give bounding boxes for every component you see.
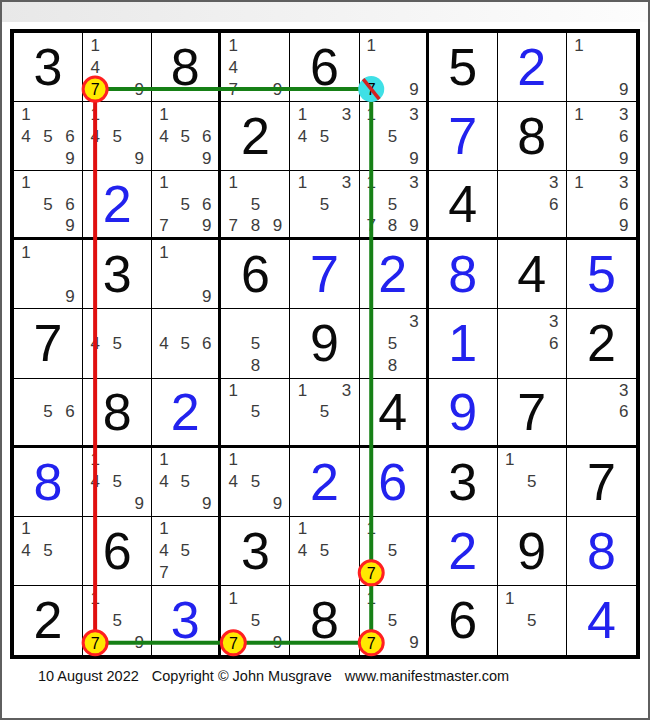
cell-r3c2: 2 — [83, 171, 152, 240]
pencil-mark: 3 — [613, 380, 635, 401]
cell-r6c7: 9 — [429, 379, 498, 448]
cell-r9c9: 4 — [567, 586, 636, 655]
cell-r7c3: 1459 — [152, 448, 221, 517]
cell-value: 8 — [152, 33, 218, 101]
pencil-mark: 5 — [313, 125, 335, 147]
pencil-marks: 36 — [499, 172, 565, 236]
cell-r7c6: 6 — [360, 448, 429, 517]
pencil-mark: 6 — [59, 194, 81, 215]
pencil-mark: 7 — [84, 632, 106, 654]
cell-r3c3: 15679 — [152, 171, 221, 240]
pencil-mark: 1 — [153, 172, 174, 193]
pencil-mark: 3 — [403, 310, 424, 332]
pencil-marks: 145 — [291, 518, 357, 584]
pencil-mark: 1 — [568, 34, 590, 56]
pencil-mark: 1 — [499, 587, 521, 609]
cell-r7c2: 1459 — [83, 448, 152, 517]
cell-r1c4: 1479 — [221, 33, 290, 102]
pencil-marks: 1579 — [84, 587, 150, 654]
pencil-mark: 5 — [313, 540, 335, 562]
pencil-mark: 9 — [196, 215, 217, 236]
pencil-mark: 5 — [521, 471, 543, 493]
cell-value: 7 — [567, 448, 636, 516]
cell-r6c8: 7 — [498, 379, 567, 448]
cell-r7c5: 2 — [290, 448, 359, 517]
cell-r3c8: 36 — [498, 171, 567, 240]
cell-value: 8 — [429, 240, 497, 308]
pencil-mark: 9 — [59, 147, 81, 169]
pencil-mark: 9 — [403, 78, 424, 100]
cell-value: 2 — [221, 102, 289, 170]
pencil-mark: 1 — [84, 587, 106, 609]
pencil-marks: 14569 — [153, 103, 217, 169]
pencil-mark: 1 — [291, 172, 313, 193]
cell-value: 3 — [14, 33, 82, 101]
pencil-marks: 1459 — [153, 449, 217, 515]
cell-value: 6 — [290, 33, 358, 101]
pencil-mark: 4 — [222, 471, 244, 493]
cell-r5c6: 358 — [360, 309, 429, 378]
cell-r2c7: 7 — [429, 102, 498, 171]
pencil-mark: 3 — [336, 103, 358, 125]
pencil-mark: 1 — [15, 518, 37, 540]
pencil-mark: 5 — [175, 194, 196, 215]
pencil-mark: 1 — [153, 449, 174, 471]
cell-r8c1: 145 — [14, 517, 83, 586]
pencil-mark: 4 — [15, 125, 37, 147]
pencil-mark: 5 — [382, 332, 403, 354]
cell-r1c1: 3 — [14, 33, 83, 102]
cell-value: 5 — [429, 33, 497, 101]
pencil-mark: 9 — [128, 632, 150, 654]
pencil-mark: 1 — [222, 449, 244, 471]
cell-value: 8 — [290, 586, 358, 655]
pencil-mark: 1 — [153, 241, 174, 263]
pencil-mark: 1 — [222, 34, 244, 56]
cell-r6c6: 4 — [360, 379, 429, 448]
pencil-mark: 9 — [403, 215, 424, 236]
cell-r6c9: 36 — [567, 379, 636, 448]
pencil-marks: 45 — [84, 310, 150, 376]
cell-r4c9: 5 — [567, 240, 636, 309]
pencil-mark: 6 — [196, 125, 217, 147]
pencil-mark: 4 — [291, 125, 313, 147]
cell-r4c5: 7 — [290, 240, 359, 309]
pencil-mark: 7 — [153, 562, 174, 584]
pencil-mark: 9 — [59, 285, 81, 307]
pencil-mark: 1 — [153, 103, 174, 125]
pencil-mark: 7 — [222, 632, 244, 654]
footer-date: 10 August 2022 — [38, 668, 139, 684]
cell-value: 4 — [360, 379, 426, 445]
cell-value: 8 — [14, 448, 82, 516]
cell-value: 7 — [14, 309, 82, 377]
pencil-mark: 1 — [568, 172, 590, 193]
pencil-marks: 1459 — [84, 103, 150, 169]
cell-value: 1 — [429, 309, 497, 377]
pencil-mark: 5 — [175, 125, 196, 147]
pencil-mark: 3 — [613, 172, 635, 193]
cell-r5c5: 9 — [290, 309, 359, 378]
pencil-mark: 5 — [106, 332, 128, 354]
cell-r1c2: 1479 — [83, 33, 152, 102]
cell-value: 8 — [567, 517, 636, 585]
cell-r1c6: 179 — [360, 33, 429, 102]
footer-copyright: Copyright © John Musgrave — [152, 668, 332, 684]
pencil-mark: 1 — [153, 518, 174, 540]
pencil-mark: 5 — [382, 125, 403, 147]
sudoku-board: 3147981479617952191456914591456921345135… — [10, 29, 640, 659]
pencil-mark: 7 — [222, 78, 244, 100]
pencil-mark: 5 — [382, 540, 403, 562]
pencil-mark: 9 — [196, 285, 217, 307]
footer-website: www.manifestmaster.com — [345, 668, 509, 684]
pencil-mark: 5 — [175, 471, 196, 493]
cell-value: 9 — [498, 517, 566, 585]
cell-value: 8 — [498, 102, 566, 170]
pencil-marks: 179 — [361, 34, 425, 100]
cell-r4c4: 6 — [221, 240, 290, 309]
pencil-marks: 1459 — [84, 449, 150, 515]
cell-value: 2 — [567, 309, 636, 377]
cell-value: 5 — [567, 240, 636, 308]
pencil-mark: 1 — [291, 103, 313, 125]
cell-r2c8: 8 — [498, 102, 567, 171]
cell-r9c2: 1579 — [83, 586, 152, 655]
cell-value: 9 — [429, 379, 497, 445]
pencil-marks: 1459 — [222, 449, 288, 515]
pencil-mark: 1 — [222, 172, 244, 193]
pencil-mark: 5 — [313, 194, 335, 215]
pencil-mark: 1 — [15, 241, 37, 263]
cell-r2c5: 1345 — [290, 102, 359, 171]
pencil-mark: 1 — [84, 103, 106, 125]
cell-r3c9: 1369 — [567, 171, 636, 240]
cell-r9c1: 2 — [14, 586, 83, 655]
cell-value: 8 — [83, 379, 151, 445]
cell-r3c7: 4 — [429, 171, 498, 240]
pencil-mark: 6 — [543, 332, 565, 354]
pencil-marks: 456 — [153, 310, 217, 376]
pencil-mark: 6 — [543, 194, 565, 215]
pencil-mark: 6 — [613, 401, 635, 422]
pencil-marks: 19 — [568, 34, 635, 100]
pencil-mark: 5 — [37, 194, 59, 215]
pencil-mark: 8 — [244, 355, 266, 377]
pencil-marks: 14569 — [15, 103, 81, 169]
pencil-mark: 3 — [403, 172, 424, 193]
pencil-marks: 36 — [568, 380, 635, 444]
cell-value: 2 — [83, 171, 151, 237]
pencil-marks: 36 — [499, 310, 565, 376]
cell-value: 2 — [429, 517, 497, 585]
pencil-marks: 1479 — [222, 34, 288, 100]
pencil-marks: 1345 — [291, 103, 357, 169]
pencil-mark: 1 — [15, 103, 37, 125]
cell-r6c5: 135 — [290, 379, 359, 448]
pencil-mark: 4 — [153, 332, 174, 354]
cell-r5c4: 58 — [221, 309, 290, 378]
pencil-mark: 9 — [613, 215, 635, 236]
cell-value: 2 — [360, 240, 426, 308]
pencil-marks: 15 — [499, 587, 565, 654]
cell-r6c2: 8 — [83, 379, 152, 448]
cell-value: 6 — [221, 240, 289, 308]
cell-value: 3 — [429, 448, 497, 516]
pencil-mark: 5 — [521, 609, 543, 631]
pencil-mark: 4 — [291, 540, 313, 562]
cell-value: 6 — [360, 448, 426, 516]
cell-r2c1: 14569 — [14, 102, 83, 171]
cell-r9c6: 1579 — [360, 586, 429, 655]
pencil-mark: 5 — [106, 125, 128, 147]
cell-value: 7 — [290, 240, 358, 308]
cell-r7c9: 7 — [567, 448, 636, 517]
pencil-mark: 5 — [244, 471, 266, 493]
pencil-mark: 3 — [403, 103, 424, 125]
cell-value: 4 — [498, 240, 566, 308]
cell-r3c4: 15789 — [221, 171, 290, 240]
cell-value: 4 — [567, 586, 636, 655]
pencil-marks: 135 — [291, 380, 357, 444]
cell-value: 3 — [221, 517, 289, 585]
pencil-mark: 9 — [266, 493, 288, 515]
pencil-marks: 15 — [499, 449, 565, 515]
pencil-marks: 135 — [291, 172, 357, 236]
pencil-marks: 1569 — [15, 172, 81, 236]
pencil-mark: 5 — [382, 194, 403, 215]
cell-value: 6 — [83, 517, 151, 585]
pencil-marks: 56 — [15, 380, 81, 444]
pencil-mark: 4 — [15, 540, 37, 562]
cell-value: 2 — [152, 379, 218, 445]
pencil-mark: 9 — [266, 78, 288, 100]
pencil-mark: 1 — [361, 172, 382, 193]
cell-r7c1: 8 — [14, 448, 83, 517]
cell-r8c5: 145 — [290, 517, 359, 586]
cell-r8c6: 157 — [360, 517, 429, 586]
pencil-mark: 4 — [84, 471, 106, 493]
pencil-mark: 9 — [266, 632, 288, 654]
pencil-mark: 5 — [244, 609, 266, 631]
pencil-mark: 5 — [37, 401, 59, 422]
pencil-mark: 1 — [84, 34, 106, 56]
pencil-mark: 7 — [153, 215, 174, 236]
cell-value: 4 — [429, 171, 497, 237]
pencil-mark: 1 — [361, 103, 382, 125]
cell-r7c4: 1459 — [221, 448, 290, 517]
pencil-mark: 9 — [128, 147, 150, 169]
pencil-mark: 4 — [84, 56, 106, 78]
pencil-mark: 5 — [175, 540, 196, 562]
cell-r8c9: 8 — [567, 517, 636, 586]
cell-r2c6: 1359 — [360, 102, 429, 171]
cell-r9c3: 3 — [152, 586, 221, 655]
cell-value: 3 — [83, 240, 151, 308]
cell-r4c7: 8 — [429, 240, 498, 309]
pencil-marks: 1479 — [84, 34, 150, 100]
cell-r4c2: 3 — [83, 240, 152, 309]
pencil-mark: 3 — [543, 172, 565, 193]
pencil-mark: 4 — [84, 332, 106, 354]
cell-r8c3: 1457 — [152, 517, 221, 586]
cell-r9c8: 15 — [498, 586, 567, 655]
pencil-marks: 135789 — [361, 172, 425, 236]
cell-r1c8: 2 — [498, 33, 567, 102]
pencil-mark: 9 — [613, 147, 635, 169]
pencil-marks: 1579 — [222, 587, 288, 654]
pencil-mark: 5 — [244, 332, 266, 354]
pencil-marks: 1359 — [361, 103, 425, 169]
pencil-mark: 5 — [244, 401, 266, 422]
cell-value: 7 — [498, 379, 566, 445]
pencil-mark: 5 — [313, 401, 335, 422]
cell-r3c5: 135 — [290, 171, 359, 240]
cell-r4c3: 19 — [152, 240, 221, 309]
cell-r6c4: 15 — [221, 379, 290, 448]
cell-r1c7: 5 — [429, 33, 498, 102]
pencil-mark: 6 — [59, 401, 81, 422]
pencil-mark: 7 — [361, 215, 382, 236]
cell-r3c6: 135789 — [360, 171, 429, 240]
pencil-mark: 9 — [403, 147, 424, 169]
cell-r6c1: 56 — [14, 379, 83, 448]
pencil-mark: 9 — [196, 147, 217, 169]
cell-r9c5: 8 — [290, 586, 359, 655]
pencil-mark: 7 — [361, 78, 382, 100]
title-bar-gradient — [2, 2, 648, 22]
pencil-mark: 3 — [336, 172, 358, 193]
cell-r4c6: 2 — [360, 240, 429, 309]
pencil-mark: 4 — [84, 125, 106, 147]
pencil-mark: 3 — [613, 103, 635, 125]
pencil-mark: 5 — [37, 540, 59, 562]
pencil-mark: 6 — [196, 332, 217, 354]
pencil-marks: 1579 — [361, 587, 425, 654]
cell-r9c7: 6 — [429, 586, 498, 655]
cell-r8c7: 2 — [429, 517, 498, 586]
pencil-mark: 1 — [84, 449, 106, 471]
cell-value: 2 — [290, 448, 358, 516]
pencil-marks: 1369 — [568, 172, 635, 236]
pencil-mark: 1 — [291, 380, 313, 401]
cell-r5c8: 36 — [498, 309, 567, 378]
pencil-mark: 9 — [403, 632, 424, 654]
pencil-marks: 358 — [361, 310, 425, 376]
pencil-marks: 19 — [15, 241, 81, 307]
pencil-mark: 1 — [499, 449, 521, 471]
cell-r2c2: 1459 — [83, 102, 152, 171]
cell-r2c4: 2 — [221, 102, 290, 171]
cell-r1c9: 19 — [567, 33, 636, 102]
cell-value: 2 — [498, 33, 566, 101]
cell-r1c5: 6 — [290, 33, 359, 102]
pencil-mark: 9 — [196, 493, 217, 515]
footer: 10 August 2022 Copyright © John Musgrave… — [38, 668, 509, 684]
cell-r9c4: 1579 — [221, 586, 290, 655]
pencil-mark: 3 — [336, 380, 358, 401]
cell-r8c8: 9 — [498, 517, 567, 586]
pencil-mark: 4 — [153, 540, 174, 562]
pencil-marks: 1369 — [568, 103, 635, 169]
cell-value: 9 — [290, 309, 358, 377]
pencil-marks: 1457 — [153, 518, 217, 584]
cell-r7c7: 3 — [429, 448, 498, 517]
cell-r5c3: 456 — [152, 309, 221, 378]
pencil-mark: 6 — [613, 194, 635, 215]
cell-value: 7 — [429, 102, 497, 170]
cell-r5c1: 7 — [14, 309, 83, 378]
pencil-mark: 1 — [15, 172, 37, 193]
pencil-mark: 5 — [106, 471, 128, 493]
pencil-mark: 7 — [84, 78, 106, 100]
pencil-mark: 5 — [382, 609, 403, 631]
pencil-mark: 6 — [613, 125, 635, 147]
pencil-mark: 8 — [244, 215, 266, 236]
pencil-mark: 5 — [37, 125, 59, 147]
pencil-mark: 9 — [128, 78, 150, 100]
cell-r8c4: 3 — [221, 517, 290, 586]
pencil-mark: 4 — [153, 471, 174, 493]
pencil-mark: 7 — [361, 562, 382, 584]
pencil-mark: 1 — [291, 518, 313, 540]
pencil-mark: 7 — [361, 632, 382, 654]
pencil-mark: 4 — [222, 56, 244, 78]
pencil-mark: 1 — [568, 103, 590, 125]
pencil-mark: 8 — [382, 215, 403, 236]
pencil-mark: 9 — [59, 215, 81, 236]
pencil-mark: 1 — [222, 380, 244, 401]
cell-r7c8: 15 — [498, 448, 567, 517]
pencil-mark: 9 — [128, 493, 150, 515]
cell-r4c8: 4 — [498, 240, 567, 309]
pencil-mark: 1 — [361, 34, 382, 56]
pencil-mark: 4 — [153, 125, 174, 147]
pencil-marks: 15789 — [222, 172, 288, 236]
cell-value: 3 — [152, 586, 218, 655]
cell-r5c2: 45 — [83, 309, 152, 378]
cell-r6c3: 2 — [152, 379, 221, 448]
pencil-marks: 19 — [153, 241, 217, 307]
pencil-mark: 1 — [361, 587, 382, 609]
cell-r5c9: 2 — [567, 309, 636, 378]
pencil-mark: 9 — [613, 78, 635, 100]
cell-r2c9: 1369 — [567, 102, 636, 171]
pencil-marks: 145 — [15, 518, 81, 584]
pencil-mark: 5 — [106, 609, 128, 631]
cell-r4c1: 19 — [14, 240, 83, 309]
cell-value: 6 — [429, 586, 497, 655]
pencil-marks: 157 — [361, 518, 425, 584]
pencil-mark: 1 — [361, 518, 382, 540]
cell-r3c1: 1569 — [14, 171, 83, 240]
cell-r1c3: 8 — [152, 33, 221, 102]
pencil-marks: 58 — [222, 310, 288, 376]
cell-r8c2: 6 — [83, 517, 152, 586]
pencil-mark: 9 — [266, 215, 288, 236]
pencil-mark: 8 — [382, 355, 403, 377]
pencil-mark: 3 — [543, 310, 565, 332]
cell-r2c3: 14569 — [152, 102, 221, 171]
pencil-mark: 6 — [196, 194, 217, 215]
page: 3147981479617952191456914591456921345135… — [0, 0, 650, 720]
cell-r5c7: 1 — [429, 309, 498, 378]
pencil-marks: 15679 — [153, 172, 217, 236]
pencil-marks: 15 — [222, 380, 288, 444]
pencil-mark: 7 — [222, 215, 244, 236]
pencil-mark: 5 — [175, 332, 196, 354]
pencil-mark: 1 — [222, 587, 244, 609]
